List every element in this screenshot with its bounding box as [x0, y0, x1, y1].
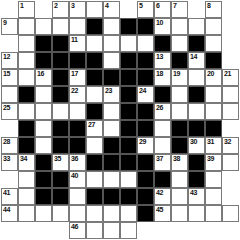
void-cell [222, 18, 239, 35]
crossword-grid: 1234567891011121314151617181920212223242… [1, 1, 239, 239]
black-cell [154, 35, 171, 52]
white-cell[interactable] [120, 205, 137, 222]
black-cell [103, 188, 120, 205]
void-cell [222, 120, 239, 137]
black-cell [137, 205, 154, 222]
white-cell[interactable] [18, 52, 35, 69]
black-cell [171, 137, 188, 154]
void-cell [1, 35, 18, 52]
black-cell [154, 86, 171, 103]
black-cell [171, 120, 188, 137]
white-cell[interactable]: 32 [222, 137, 239, 154]
white-cell[interactable]: 45 [154, 205, 171, 222]
clue-number: 14 [190, 53, 197, 61]
clue-number: 22 [71, 87, 78, 95]
white-cell[interactable]: 29 [137, 137, 154, 154]
clue-number: 30 [190, 138, 197, 146]
white-cell[interactable]: 1 [18, 1, 35, 18]
white-cell[interactable] [103, 18, 120, 35]
clue-number: 34 [20, 155, 27, 163]
white-cell[interactable] [222, 154, 239, 171]
white-cell[interactable] [86, 1, 103, 18]
clue-number: 26 [156, 104, 163, 112]
void-cell [35, 1, 52, 18]
black-cell [52, 35, 69, 52]
clue-number: 5 [139, 2, 142, 10]
white-cell[interactable] [103, 205, 120, 222]
white-cell[interactable] [103, 103, 120, 120]
white-cell[interactable]: 42 [154, 188, 171, 205]
white-cell[interactable]: 23 [103, 86, 120, 103]
white-cell[interactable] [86, 137, 103, 154]
black-cell [35, 52, 52, 69]
white-cell[interactable] [35, 120, 52, 137]
white-cell[interactable]: 17 [69, 69, 86, 86]
black-cell [86, 52, 103, 69]
white-cell[interactable]: 16 [35, 69, 52, 86]
white-cell[interactable]: 14 [188, 52, 205, 69]
white-cell[interactable] [188, 103, 205, 120]
white-cell[interactable] [171, 188, 188, 205]
clue-number: 9 [3, 19, 6, 27]
white-cell[interactable]: 27 [86, 120, 103, 137]
white-cell[interactable]: 5 [137, 1, 154, 18]
white-cell[interactable] [69, 188, 86, 205]
white-cell[interactable] [120, 222, 137, 239]
white-cell[interactable]: 2 [52, 1, 69, 18]
void-cell [1, 222, 18, 239]
clue-number: 4 [105, 2, 108, 10]
clue-number: 39 [207, 155, 214, 163]
white-cell[interactable] [18, 35, 35, 52]
black-cell [188, 154, 205, 171]
clue-number: 36 [71, 155, 78, 163]
white-cell[interactable]: 39 [205, 154, 222, 171]
clue-number: 25 [3, 104, 10, 112]
black-cell [52, 86, 69, 103]
black-cell [18, 120, 35, 137]
white-cell[interactable]: 41 [1, 188, 18, 205]
clue-number: 11 [71, 36, 77, 44]
black-cell [137, 171, 154, 188]
black-cell [52, 52, 69, 69]
white-cell[interactable]: 26 [154, 103, 171, 120]
clue-number: 35 [54, 155, 61, 163]
white-cell[interactable] [222, 86, 239, 103]
white-cell[interactable] [86, 35, 103, 52]
black-cell [35, 35, 52, 52]
void-cell [1, 1, 18, 18]
white-cell[interactable] [103, 120, 120, 137]
clue-number: 32 [224, 138, 231, 146]
white-cell[interactable] [18, 69, 35, 86]
white-cell[interactable]: 4 [103, 1, 120, 18]
white-cell[interactable]: 3 [69, 1, 86, 18]
black-cell [103, 69, 120, 86]
clue-number: 28 [3, 138, 10, 146]
void-cell [52, 222, 69, 239]
white-cell[interactable]: 44 [1, 205, 18, 222]
black-cell [120, 86, 137, 103]
black-cell [120, 188, 137, 205]
white-cell[interactable] [205, 86, 222, 103]
white-cell[interactable] [205, 18, 222, 35]
white-cell[interactable]: 22 [69, 86, 86, 103]
white-cell[interactable] [222, 103, 239, 120]
black-cell [154, 171, 171, 188]
void-cell [222, 188, 239, 205]
white-cell[interactable] [188, 205, 205, 222]
white-cell[interactable]: 33 [1, 154, 18, 171]
black-cell [69, 120, 86, 137]
white-cell[interactable] [86, 86, 103, 103]
clue-number: 21 [224, 70, 231, 78]
white-cell[interactable]: 7 [171, 1, 188, 18]
white-cell[interactable]: 37 [154, 154, 171, 171]
void-cell [120, 1, 137, 18]
black-cell [52, 171, 69, 188]
white-cell[interactable]: 40 [69, 171, 86, 188]
white-cell[interactable]: 19 [171, 69, 188, 86]
white-cell[interactable] [52, 18, 69, 35]
white-cell[interactable] [171, 86, 188, 103]
black-cell [171, 52, 188, 69]
clue-number: 43 [190, 189, 197, 197]
white-cell[interactable] [18, 205, 35, 222]
void-cell [188, 222, 205, 239]
void-cell [222, 222, 239, 239]
white-cell[interactable] [171, 103, 188, 120]
clue-number: 20 [207, 70, 214, 78]
white-cell[interactable] [188, 18, 205, 35]
black-cell [103, 154, 120, 171]
white-cell[interactable] [205, 103, 222, 120]
white-cell[interactable] [171, 18, 188, 35]
white-cell[interactable] [205, 205, 222, 222]
clue-number: 27 [88, 121, 95, 129]
clue-number: 12 [3, 53, 10, 61]
white-cell[interactable] [188, 69, 205, 86]
white-cell[interactable]: 10 [154, 18, 171, 35]
black-cell [86, 188, 103, 205]
white-cell[interactable] [86, 205, 103, 222]
black-cell [35, 171, 52, 188]
white-cell[interactable] [103, 52, 120, 69]
black-cell [188, 120, 205, 137]
black-cell [205, 52, 222, 69]
black-cell [188, 35, 205, 52]
white-cell[interactable] [52, 103, 69, 120]
clue-number: 10 [156, 19, 163, 27]
white-cell[interactable]: 18 [154, 69, 171, 86]
black-cell [86, 103, 103, 120]
void-cell [222, 1, 239, 18]
clue-number: 8 [207, 2, 210, 10]
white-cell[interactable] [86, 222, 103, 239]
white-cell[interactable]: 13 [154, 52, 171, 69]
white-cell[interactable]: 31 [205, 137, 222, 154]
white-cell[interactable]: 46 [69, 222, 86, 239]
white-cell[interactable]: 38 [171, 154, 188, 171]
white-cell[interactable]: 9 [1, 18, 18, 35]
clue-number: 15 [3, 70, 10, 78]
void-cell [205, 222, 222, 239]
black-cell [120, 69, 137, 86]
white-cell[interactable] [35, 205, 52, 222]
clue-number: 31 [207, 138, 214, 146]
white-cell[interactable]: 25 [1, 103, 18, 120]
white-cell[interactable] [103, 171, 120, 188]
black-cell [137, 188, 154, 205]
black-cell [120, 154, 137, 171]
black-cell [120, 103, 137, 120]
clue-number: 2 [54, 2, 57, 10]
black-cell [52, 188, 69, 205]
white-cell[interactable]: 15 [1, 69, 18, 86]
clue-number: 16 [37, 70, 44, 78]
void-cell [222, 171, 239, 188]
white-cell[interactable] [18, 18, 35, 35]
void-cell [171, 222, 188, 239]
clue-number: 38 [173, 155, 180, 163]
black-cell [137, 52, 154, 69]
black-cell [52, 69, 69, 86]
clue-number: 1 [20, 2, 23, 10]
white-cell[interactable] [18, 188, 35, 205]
clue-number: 6 [156, 2, 159, 10]
clue-number: 33 [3, 155, 10, 163]
black-cell [137, 69, 154, 86]
white-cell[interactable] [154, 137, 171, 154]
white-cell[interactable] [137, 35, 154, 52]
clue-number: 17 [71, 70, 78, 78]
clue-number: 46 [71, 223, 78, 231]
clue-number: 40 [71, 172, 78, 180]
clue-number: 44 [3, 206, 10, 214]
crossword-page: 1234567891011121314151617181920212223242… [0, 0, 240, 240]
white-cell[interactable]: 11 [69, 35, 86, 52]
white-cell[interactable] [120, 35, 137, 52]
white-cell[interactable] [18, 171, 35, 188]
white-cell[interactable]: 24 [137, 86, 154, 103]
white-cell[interactable] [171, 35, 188, 52]
white-cell[interactable] [35, 18, 52, 35]
clue-number: 29 [139, 138, 146, 146]
void-cell [1, 120, 18, 137]
black-cell [137, 18, 154, 35]
black-cell [86, 18, 103, 35]
black-cell [69, 52, 86, 69]
clue-number: 41 [3, 189, 10, 197]
black-cell [137, 103, 154, 120]
white-cell[interactable]: 28 [1, 137, 18, 154]
clue-number: 37 [156, 155, 163, 163]
white-cell[interactable]: 20 [205, 69, 222, 86]
white-cell[interactable] [69, 205, 86, 222]
black-cell [120, 137, 137, 154]
white-cell[interactable] [205, 188, 222, 205]
white-cell[interactable]: 36 [69, 154, 86, 171]
white-cell[interactable]: 34 [18, 154, 35, 171]
clue-number: 19 [173, 70, 180, 78]
white-cell[interactable]: 30 [188, 137, 205, 154]
black-cell [18, 86, 35, 103]
black-cell [18, 137, 35, 154]
void-cell [222, 35, 239, 52]
clue-number: 13 [156, 53, 163, 61]
white-cell[interactable] [52, 205, 69, 222]
clue-number: 3 [71, 2, 74, 10]
void-cell [222, 52, 239, 69]
white-cell[interactable]: 12 [1, 52, 18, 69]
black-cell [188, 86, 205, 103]
white-cell[interactable] [171, 171, 188, 188]
white-cell[interactable]: 35 [52, 154, 69, 171]
clue-number: 24 [139, 87, 146, 95]
white-cell[interactable] [35, 86, 52, 103]
black-cell [137, 120, 154, 137]
clue-number: 7 [173, 2, 176, 10]
white-cell[interactable] [120, 171, 137, 188]
clue-number: 23 [105, 87, 112, 95]
white-cell[interactable]: 6 [154, 1, 171, 18]
void-cell [18, 222, 35, 239]
white-cell[interactable] [69, 103, 86, 120]
black-cell [52, 120, 69, 137]
black-cell [52, 137, 69, 154]
black-cell [205, 120, 222, 137]
white-cell[interactable] [86, 171, 103, 188]
void-cell [154, 222, 171, 239]
black-cell [35, 188, 52, 205]
clue-number: 18 [156, 70, 163, 78]
clue-number: 45 [156, 206, 163, 214]
black-cell [188, 171, 205, 188]
void-cell [35, 222, 52, 239]
white-cell[interactable] [103, 222, 120, 239]
black-cell [120, 120, 137, 137]
black-cell [35, 154, 52, 171]
black-cell [69, 137, 86, 154]
white-cell[interactable] [35, 137, 52, 154]
void-cell [188, 1, 205, 18]
white-cell[interactable] [35, 103, 52, 120]
black-cell [103, 137, 120, 154]
white-cell[interactable] [154, 120, 171, 137]
black-cell [120, 18, 137, 35]
void-cell [1, 171, 18, 188]
white-cell[interactable] [222, 205, 239, 222]
black-cell [86, 69, 103, 86]
white-cell[interactable] [18, 103, 35, 120]
clue-number: 42 [156, 189, 163, 197]
white-cell[interactable]: 8 [205, 1, 222, 18]
white-cell[interactable] [1, 86, 18, 103]
void-cell [137, 222, 154, 239]
white-cell[interactable] [103, 35, 120, 52]
black-cell [137, 154, 154, 171]
white-cell[interactable]: 21 [222, 69, 239, 86]
white-cell[interactable] [69, 18, 86, 35]
white-cell[interactable]: 43 [188, 188, 205, 205]
white-cell[interactable] [171, 205, 188, 222]
black-cell [120, 52, 137, 69]
white-cell[interactable] [205, 35, 222, 52]
black-cell [86, 154, 103, 171]
white-cell[interactable] [205, 171, 222, 188]
